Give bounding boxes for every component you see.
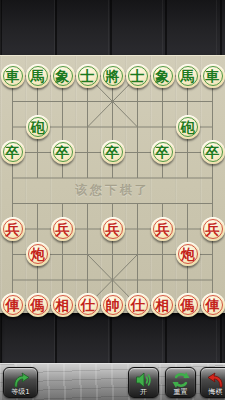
piece-red-advisor[interactable]: 仕 [126,293,150,317]
piece-red-soldier[interactable]: 兵 [201,217,225,241]
piece-black-cannon[interactable]: 砲 [26,115,50,139]
piece-red-elephant[interactable]: 相 [151,293,175,317]
piece-black-chariot[interactable]: 車 [201,64,225,88]
piece-red-cannon[interactable]: 炮 [26,242,50,266]
piece-red-chariot[interactable]: 俥 [1,293,25,317]
level-button-label: 等级1 [4,387,37,397]
piece-black-chariot[interactable]: 車 [1,64,25,88]
piece-red-cannon[interactable]: 炮 [176,242,200,266]
piece-black-horse[interactable]: 馬 [176,64,200,88]
reset-button[interactable]: 重置 [165,367,196,398]
level-button[interactable]: 等级1 [3,367,38,398]
piece-black-soldier[interactable]: 卒 [51,140,75,164]
piece-red-soldier[interactable]: 兵 [101,217,125,241]
pieces-grid: 車馬象士將士象馬車砲砲卒卒卒卒卒兵兵兵兵兵炮炮俥傌相仕帥仕相傌俥 [0,63,225,318]
sound-toggle-label: 开 [129,387,158,397]
piece-red-horse[interactable]: 傌 [26,293,50,317]
top-wood-panel [0,0,225,55]
xiangqi-app: 该您下棋了 車馬象士將士象馬車砲砲卒卒卒卒卒兵兵兵兵兵炮炮俥傌相仕帥仕相傌俥 等… [0,0,225,400]
piece-red-soldier[interactable]: 兵 [1,217,25,241]
piece-black-elephant[interactable]: 象 [151,64,175,88]
piece-black-soldier[interactable]: 卒 [201,140,225,164]
undo-button[interactable]: 悔棋 [200,367,225,398]
piece-black-horse[interactable]: 馬 [26,64,50,88]
piece-red-chariot[interactable]: 俥 [201,293,225,317]
piece-black-general[interactable]: 將 [101,64,125,88]
piece-black-cannon[interactable]: 砲 [176,115,200,139]
xiangqi-board[interactable]: 该您下棋了 車馬象士將士象馬車砲砲卒卒卒卒卒兵兵兵兵兵炮炮俥傌相仕帥仕相傌俥 [0,55,225,313]
piece-red-general[interactable]: 帥 [101,293,125,317]
piece-red-soldier[interactable]: 兵 [51,217,75,241]
toolbar: 等级1 开 重置 悔棋 [0,363,225,400]
piece-black-elephant[interactable]: 象 [51,64,75,88]
sound-toggle-button[interactable]: 开 [128,367,159,398]
reset-button-label: 重置 [166,387,195,397]
bottom-wood-panel [0,313,225,363]
piece-red-horse[interactable]: 傌 [176,293,200,317]
piece-black-advisor[interactable]: 士 [76,64,100,88]
piece-black-soldier[interactable]: 卒 [101,140,125,164]
undo-button-label: 悔棋 [201,387,225,397]
piece-red-soldier[interactable]: 兵 [151,217,175,241]
piece-black-advisor[interactable]: 士 [126,64,150,88]
piece-black-soldier[interactable]: 卒 [151,140,175,164]
piece-red-advisor[interactable]: 仕 [76,293,100,317]
piece-black-soldier[interactable]: 卒 [1,140,25,164]
piece-red-elephant[interactable]: 相 [51,293,75,317]
